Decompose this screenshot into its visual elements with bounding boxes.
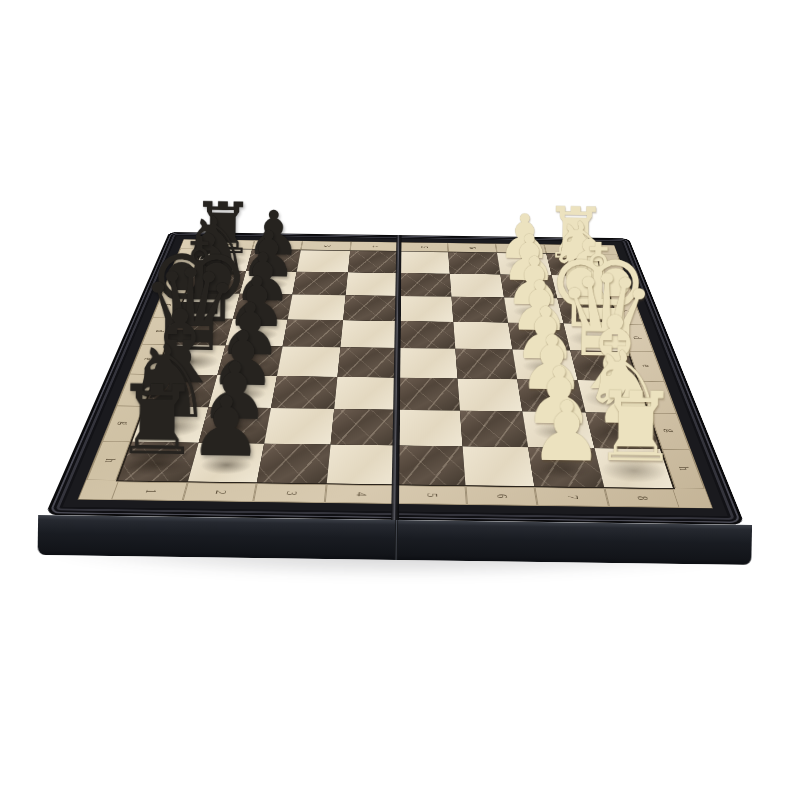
rank-label-front-text: 6 [493,494,509,498]
square [337,347,397,377]
rank-label-back-text: 8 [563,248,574,250]
piece-black-rook: ♜ [77,372,239,470]
file-label-right-text: a [605,264,617,266]
rank-label-front-text: 8 [633,496,650,500]
rank-label-front-text: 3 [282,491,298,495]
square [398,273,451,297]
file-label-right-text: c [621,310,634,312]
file-label-left-text: e [141,358,155,361]
rank-label-back-text: 6 [466,247,477,249]
square [399,252,450,274]
file-label-left-text: g [116,421,132,425]
rank-label-back: 4 [350,242,399,251]
rank-label-back-text: 2 [272,244,283,246]
piece-white-rook: ♜ [555,378,717,476]
square [343,295,398,321]
rank-label-back-text: 7 [515,247,526,249]
file-label-right-text: h [675,466,691,470]
rank-label-back-text: 4 [369,245,380,247]
file-label-right-text: g [662,429,677,433]
file-label-left-text: c [163,304,176,306]
file-label-left-text: h [101,458,117,462]
file-label-right-text: f [650,396,664,398]
rank-label-back-text: 5 [418,246,429,248]
rank-label-front-text: 4 [352,492,368,496]
rank-label-front-text: 2 [212,490,228,494]
chess-board: aabbccddeeffgghh1122334455667788♜♟♟♜♞♟♟♞… [45,232,745,525]
case-fold-seam [395,520,399,560]
rank-label-front-text: 7 [563,495,579,499]
square [348,251,399,273]
rank-label-front-text: 1 [141,489,158,493]
square [345,272,398,296]
file-label-left-text: a [181,258,193,260]
file-label-left-text: d [152,329,165,332]
file-label-left-text: f [129,389,143,391]
rank-label-back-text: 1 [223,243,234,245]
file-label-left-text: b [172,280,184,282]
square [334,377,397,410]
product-photo: aabbccddeeffgghh1122334455667788♜♟♟♜♞♟♟♞… [0,0,800,800]
file-label-right-text: e [639,365,653,368]
rank-label-back-text: 3 [320,245,331,247]
scene-stage: aabbccddeeffgghh1122334455667788♜♟♟♜♞♟♟♞… [45,0,755,525]
rank-label-front-text: 5 [423,493,439,497]
file-label-right-text: b [612,286,624,288]
file-label-right-text: d [630,336,643,339]
square [398,296,453,322]
rank-label-back: 5 [399,242,448,251]
